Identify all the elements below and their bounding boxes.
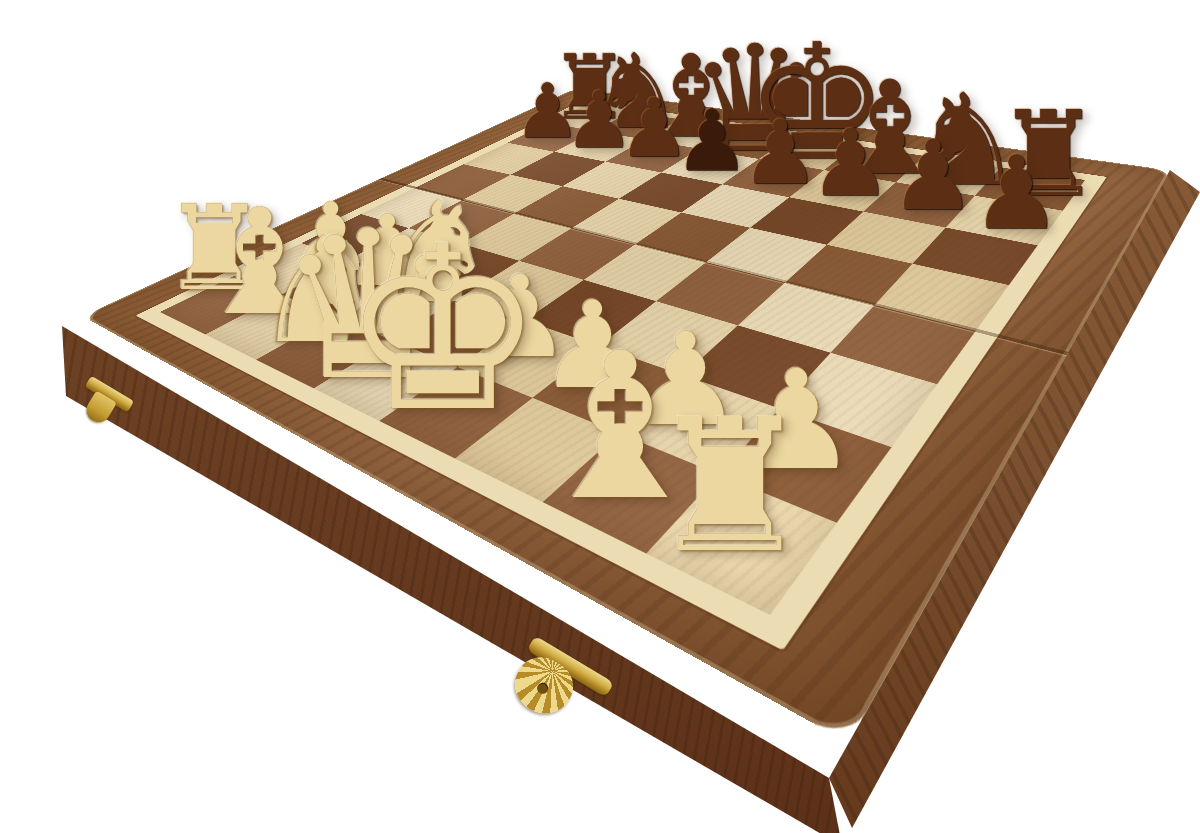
brass-latch-front <box>484 626 626 762</box>
brass-latch-left <box>61 372 149 454</box>
chess-set-photo: ♜♞♝♛♚♝♞♜♟♟♟♟♟♟♟♟♜♝♞♛♚♝♜♟♟♞♟♟♟♟ <box>0 0 1200 833</box>
